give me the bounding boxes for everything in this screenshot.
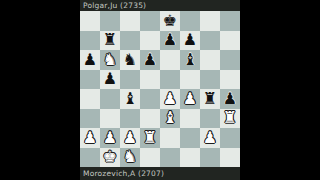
square-e8: ♚ (160, 11, 180, 31)
piece-black-pawn: ♟ (83, 51, 97, 67)
piece-black-rook: ♜ (103, 32, 117, 48)
piece-white-bishop: ♝ (163, 110, 177, 126)
piece-black-pawn: ♟ (143, 51, 157, 67)
square-f5 (180, 70, 200, 90)
square-f7: ♟ (180, 31, 200, 51)
square-h8 (220, 11, 240, 31)
chess-broadcast-panel: Polgar,Ju (2735) ♚♜♟♟♟♞♞♟♝♟♝♟♟♜♟♝♜♟♟♟♜♟♚… (80, 0, 240, 180)
piece-black-pawn: ♟ (183, 32, 197, 48)
square-f1 (180, 148, 200, 168)
square-f6: ♝ (180, 50, 200, 70)
square-f2 (180, 128, 200, 148)
square-e2 (160, 128, 180, 148)
square-b8 (100, 11, 120, 31)
square-c5 (120, 70, 140, 90)
square-g8 (200, 11, 220, 31)
square-d4 (140, 89, 160, 109)
square-e6 (160, 50, 180, 70)
piece-white-pawn: ♟ (123, 129, 137, 145)
square-g4: ♜ (200, 89, 220, 109)
square-a7 (80, 31, 100, 51)
square-c4: ♝ (120, 89, 140, 109)
letterbox-right (240, 0, 320, 180)
square-h2 (220, 128, 240, 148)
piece-black-king: ♚ (163, 12, 177, 28)
square-b1: ♚ (100, 148, 120, 168)
square-a3 (80, 109, 100, 129)
square-d1 (140, 148, 160, 168)
square-h7 (220, 31, 240, 51)
square-d3 (140, 109, 160, 129)
square-e7: ♟ (160, 31, 180, 51)
piece-white-pawn: ♟ (103, 129, 117, 145)
letterbox-left (0, 0, 80, 180)
square-e5 (160, 70, 180, 90)
square-c1: ♞ (120, 148, 140, 168)
square-b2: ♟ (100, 128, 120, 148)
square-d5 (140, 70, 160, 90)
piece-black-bishop: ♝ (123, 90, 137, 106)
square-a6: ♟ (80, 50, 100, 70)
square-b4 (100, 89, 120, 109)
square-f4: ♟ (180, 89, 200, 109)
square-d2: ♜ (140, 128, 160, 148)
square-a2: ♟ (80, 128, 100, 148)
player-label-black: Polgar,Ju (2735) (80, 0, 240, 11)
piece-white-pawn: ♟ (163, 90, 177, 106)
piece-black-knight: ♞ (123, 51, 137, 67)
video-frame: Polgar,Ju (2735) ♚♜♟♟♟♞♞♟♝♟♝♟♟♜♟♝♜♟♟♟♜♟♚… (0, 0, 320, 180)
square-g7 (200, 31, 220, 51)
square-b6: ♞ (100, 50, 120, 70)
square-b7: ♜ (100, 31, 120, 51)
square-b3 (100, 109, 120, 129)
square-f8 (180, 11, 200, 31)
piece-black-pawn: ♟ (163, 32, 177, 48)
square-h6 (220, 50, 240, 70)
square-a5 (80, 70, 100, 90)
square-c7 (120, 31, 140, 51)
square-e4: ♟ (160, 89, 180, 109)
square-c6: ♞ (120, 50, 140, 70)
square-a1 (80, 148, 100, 168)
piece-white-pawn: ♟ (183, 90, 197, 106)
square-b5: ♟ (100, 70, 120, 90)
square-h3: ♜ (220, 109, 240, 129)
square-e1 (160, 148, 180, 168)
piece-white-rook: ♜ (143, 129, 157, 145)
square-g1 (200, 148, 220, 168)
square-d7 (140, 31, 160, 51)
square-h4: ♟ (220, 89, 240, 109)
square-f3 (180, 109, 200, 129)
square-g2: ♟ (200, 128, 220, 148)
square-c8 (120, 11, 140, 31)
square-h5 (220, 70, 240, 90)
square-c3 (120, 109, 140, 129)
square-a4 (80, 89, 100, 109)
square-a8 (80, 11, 100, 31)
square-c2: ♟ (120, 128, 140, 148)
player-label-white: Morozevich,A (2707) (80, 167, 240, 180)
piece-white-knight: ♞ (103, 51, 117, 67)
square-e3: ♝ (160, 109, 180, 129)
square-h1 (220, 148, 240, 168)
square-d8 (140, 11, 160, 31)
piece-black-pawn: ♟ (223, 90, 237, 106)
piece-black-bishop: ♝ (183, 51, 197, 67)
piece-white-pawn: ♟ (83, 129, 97, 145)
piece-black-pawn: ♟ (103, 71, 117, 87)
chess-board: ♚♜♟♟♟♞♞♟♝♟♝♟♟♜♟♝♜♟♟♟♜♟♚♞ (80, 11, 240, 167)
piece-white-knight: ♞ (123, 149, 137, 165)
piece-white-pawn: ♟ (203, 129, 217, 145)
piece-black-rook: ♜ (203, 90, 217, 106)
square-d6: ♟ (140, 50, 160, 70)
square-g3 (200, 109, 220, 129)
piece-white-rook: ♜ (223, 110, 237, 126)
square-g6 (200, 50, 220, 70)
piece-white-king: ♚ (103, 149, 117, 165)
square-g5 (200, 70, 220, 90)
